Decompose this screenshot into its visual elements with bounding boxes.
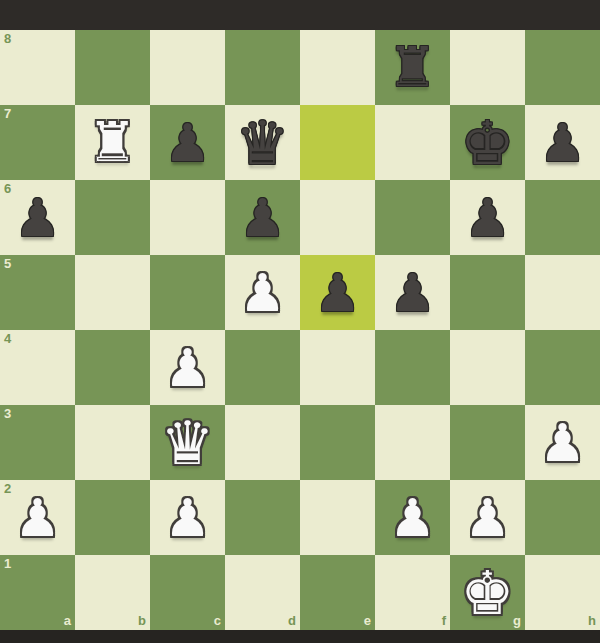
square-h8[interactable] [525,30,600,105]
square-e1[interactable]: e [300,555,375,630]
square-a5[interactable]: 5 [0,255,75,330]
square-d6[interactable]: ♟ [225,180,300,255]
square-g6[interactable]: ♟ [450,180,525,255]
square-b4[interactable] [75,330,150,405]
piece-black-rook-icon[interactable]: ♜ [375,30,450,105]
square-c8[interactable] [150,30,225,105]
piece-white-pawn-icon[interactable]: ♟ [0,480,75,555]
piece-black-pawn-icon[interactable]: ♟ [225,180,300,255]
rank-label-5: 5 [4,257,11,271]
square-f4[interactable] [375,330,450,405]
file-label-f: f [442,614,446,628]
piece-white-pawn-icon[interactable]: ♟ [150,480,225,555]
square-c7[interactable]: ♟ [150,105,225,180]
rank-label-7: 7 [4,107,11,121]
piece-white-pawn-icon[interactable]: ♟ [375,480,450,555]
square-g4[interactable] [450,330,525,405]
square-h3[interactable]: ♟ [525,405,600,480]
piece-black-king-icon[interactable]: ♚ [450,105,525,180]
square-a1[interactable]: 1a [0,555,75,630]
square-c6[interactable] [150,180,225,255]
rank-label-8: 8 [4,32,11,46]
square-c4[interactable]: ♟ [150,330,225,405]
square-a4[interactable]: 4 [0,330,75,405]
square-e6[interactable] [300,180,375,255]
square-h4[interactable] [525,330,600,405]
file-label-e: e [364,614,371,628]
square-h1[interactable]: h [525,555,600,630]
square-g8[interactable] [450,30,525,105]
square-d4[interactable] [225,330,300,405]
square-e5[interactable]: ♟ [300,255,375,330]
square-f1[interactable]: f [375,555,450,630]
square-f6[interactable] [375,180,450,255]
square-e4[interactable] [300,330,375,405]
square-d8[interactable] [225,30,300,105]
square-a3[interactable]: 3 [0,405,75,480]
file-label-h: h [588,614,596,628]
square-d2[interactable] [225,480,300,555]
piece-black-queen-icon[interactable]: ♛ [225,105,300,180]
square-f7[interactable] [375,105,450,180]
square-g3[interactable] [450,405,525,480]
piece-white-pawn-icon[interactable]: ♟ [450,480,525,555]
piece-black-pawn-icon[interactable]: ♟ [450,180,525,255]
rank-label-3: 3 [4,407,11,421]
square-d5[interactable]: ♟ [225,255,300,330]
square-b2[interactable] [75,480,150,555]
square-b1[interactable]: b [75,555,150,630]
square-h6[interactable] [525,180,600,255]
rank-label-1: 1 [4,557,11,571]
square-f8[interactable]: ♜ [375,30,450,105]
square-g7[interactable]: ♚ [450,105,525,180]
square-h7[interactable]: ♟ [525,105,600,180]
piece-white-pawn-icon[interactable]: ♟ [225,255,300,330]
square-f5[interactable]: ♟ [375,255,450,330]
piece-black-pawn-icon[interactable]: ♟ [300,255,375,330]
piece-black-pawn-icon[interactable]: ♟ [0,180,75,255]
square-c1[interactable]: c [150,555,225,630]
piece-white-queen-icon[interactable]: ♛ [150,405,225,480]
square-b6[interactable] [75,180,150,255]
square-e2[interactable] [300,480,375,555]
square-b7[interactable]: ♜ [75,105,150,180]
square-e8[interactable] [300,30,375,105]
chess-board: 8♜7♜♟♛♚♟6♟♟♟5♟♟♟4♟3♛♟2♟♟♟♟1abcdefg♚h [0,30,600,630]
piece-white-pawn-icon[interactable]: ♟ [150,330,225,405]
square-g2[interactable]: ♟ [450,480,525,555]
piece-black-pawn-icon[interactable]: ♟ [525,105,600,180]
square-b5[interactable] [75,255,150,330]
square-g5[interactable] [450,255,525,330]
square-d3[interactable] [225,405,300,480]
file-label-b: b [138,614,146,628]
square-a2[interactable]: 2♟ [0,480,75,555]
rank-label-4: 4 [4,332,11,346]
square-c3[interactable]: ♛ [150,405,225,480]
status-bar-top [0,0,600,30]
square-b3[interactable] [75,405,150,480]
square-d7[interactable]: ♛ [225,105,300,180]
square-f3[interactable] [375,405,450,480]
piece-black-pawn-icon[interactable]: ♟ [150,105,225,180]
square-b8[interactable] [75,30,150,105]
square-a6[interactable]: 6♟ [0,180,75,255]
piece-white-pawn-icon[interactable]: ♟ [525,405,600,480]
square-c5[interactable] [150,255,225,330]
square-c2[interactable]: ♟ [150,480,225,555]
square-e3[interactable] [300,405,375,480]
file-label-c: c [214,614,221,628]
square-e7[interactable] [300,105,375,180]
status-bar-bottom [0,630,600,643]
square-h2[interactable] [525,480,600,555]
piece-white-king-icon[interactable]: ♚ [450,555,525,630]
square-a7[interactable]: 7 [0,105,75,180]
piece-black-pawn-icon[interactable]: ♟ [375,255,450,330]
square-a8[interactable]: 8 [0,30,75,105]
file-label-a: a [64,614,71,628]
square-g1[interactable]: g♚ [450,555,525,630]
square-f2[interactable]: ♟ [375,480,450,555]
square-d1[interactable]: d [225,555,300,630]
square-h5[interactable] [525,255,600,330]
file-label-d: d [288,614,296,628]
piece-white-rook-icon[interactable]: ♜ [75,105,150,180]
